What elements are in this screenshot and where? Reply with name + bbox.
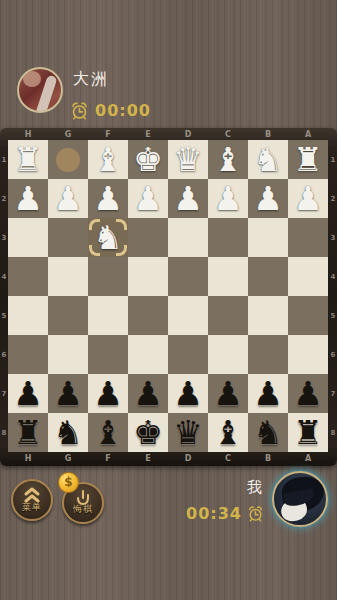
square-d8[interactable]: ♛ <box>168 413 208 452</box>
square-h1[interactable]: ♜ <box>8 140 48 179</box>
rank-label-1: 1 <box>0 140 8 179</box>
square-a2[interactable]: ♟ <box>288 179 328 218</box>
my-clock: 00:34 <box>186 504 264 523</box>
white-queen-d1: ♛ <box>168 140 208 179</box>
square-b4[interactable] <box>248 257 288 296</box>
white-pawn-b2: ♟ <box>248 179 288 218</box>
bottom-player-panel: 我 00:34 <box>186 478 264 523</box>
rank-label-2: 2 <box>329 179 337 218</box>
square-d6[interactable] <box>168 335 208 374</box>
opponent-name: 大洲 <box>73 69 109 90</box>
square-e6[interactable] <box>128 335 168 374</box>
square-e1[interactable]: ♚ <box>128 140 168 179</box>
rank-label-5: 5 <box>0 296 8 335</box>
square-h5[interactable] <box>8 296 48 335</box>
square-g3[interactable] <box>48 218 88 257</box>
square-b8[interactable]: ♞ <box>248 413 288 452</box>
square-a1[interactable]: ♜ <box>288 140 328 179</box>
opponent-time: 00:00 <box>95 101 151 120</box>
rank-label-5: 5 <box>329 296 337 335</box>
square-e3[interactable] <box>128 218 168 257</box>
white-rook-h1: ♜ <box>8 140 48 179</box>
white-pawn-g2: ♟ <box>48 179 88 218</box>
black-pawn-c7: ♟ <box>208 374 248 413</box>
square-c5[interactable] <box>208 296 248 335</box>
file-label-h: H <box>8 453 48 465</box>
square-b2[interactable]: ♟ <box>248 179 288 218</box>
coin-icon: $ <box>58 472 79 493</box>
rank-labels-left: 12345678 <box>0 140 8 452</box>
square-g7[interactable]: ♟ <box>48 374 88 413</box>
black-queen-d8: ♛ <box>168 413 208 452</box>
square-g4[interactable] <box>48 257 88 296</box>
black-knight-b8: ♞ <box>248 413 288 452</box>
undo-button[interactable]: $ 悔棋 <box>62 482 104 524</box>
square-f5[interactable] <box>88 296 128 335</box>
origin-highlight-dot <box>56 148 80 172</box>
menu-button[interactable]: 菜单 <box>11 479 53 521</box>
square-b6[interactable] <box>248 335 288 374</box>
square-h6[interactable] <box>8 335 48 374</box>
my-name: 我 <box>247 478 262 497</box>
square-c7[interactable]: ♟ <box>208 374 248 413</box>
square-d2[interactable]: ♟ <box>168 179 208 218</box>
square-a5[interactable] <box>288 296 328 335</box>
black-pawn-h7: ♟ <box>8 374 48 413</box>
rank-label-6: 6 <box>329 335 337 374</box>
square-g6[interactable] <box>48 335 88 374</box>
square-f4[interactable] <box>88 257 128 296</box>
square-e4[interactable] <box>128 257 168 296</box>
white-pawn-h2: ♟ <box>8 179 48 218</box>
square-a8[interactable]: ♜ <box>288 413 328 452</box>
black-pawn-b7: ♟ <box>248 374 288 413</box>
black-bishop-f8: ♝ <box>88 413 128 452</box>
square-h2[interactable]: ♟ <box>8 179 48 218</box>
rank-label-8: 8 <box>0 413 8 452</box>
rank-label-7: 7 <box>0 374 8 413</box>
rank-label-3: 3 <box>0 218 8 257</box>
white-pawn-f2: ♟ <box>88 179 128 218</box>
black-knight-g8: ♞ <box>48 413 88 452</box>
rank-label-1: 1 <box>329 140 337 179</box>
white-rook-a1: ♜ <box>288 140 328 179</box>
square-d5[interactable] <box>168 296 208 335</box>
file-label-c: C <box>208 453 248 465</box>
square-b5[interactable] <box>248 296 288 335</box>
square-h7[interactable]: ♟ <box>8 374 48 413</box>
black-pawn-e7: ♟ <box>128 374 168 413</box>
square-h3[interactable] <box>8 218 48 257</box>
square-g5[interactable] <box>48 296 88 335</box>
square-a3[interactable] <box>288 218 328 257</box>
white-king-e1: ♚ <box>128 140 168 179</box>
square-f8[interactable]: ♝ <box>88 413 128 452</box>
square-c8[interactable]: ♝ <box>208 413 248 452</box>
white-pawn-d2: ♟ <box>168 179 208 218</box>
my-avatar[interactable] <box>272 471 328 527</box>
rank-label-7: 7 <box>329 374 337 413</box>
file-label-f: F <box>88 453 128 465</box>
top-player-panel: 大洲 00:00 <box>0 0 337 128</box>
opponent-clock: 00:00 <box>70 101 151 120</box>
square-d4[interactable] <box>168 257 208 296</box>
square-b7[interactable]: ♟ <box>248 374 288 413</box>
square-f6[interactable] <box>88 335 128 374</box>
square-c6[interactable] <box>208 335 248 374</box>
square-e8[interactable]: ♚ <box>128 413 168 452</box>
square-b3[interactable] <box>248 218 288 257</box>
square-d1[interactable]: ♛ <box>168 140 208 179</box>
rank-labels-right: 12345678 <box>329 140 337 452</box>
square-f7[interactable]: ♟ <box>88 374 128 413</box>
square-d3[interactable] <box>168 218 208 257</box>
square-f3[interactable]: ♞ <box>88 218 128 257</box>
white-pawn-c2: ♟ <box>208 179 248 218</box>
file-label-d: D <box>168 453 208 465</box>
black-pawn-d7: ♟ <box>168 374 208 413</box>
my-time: 00:34 <box>186 504 242 523</box>
black-pawn-a7: ♟ <box>288 374 328 413</box>
square-c3[interactable] <box>208 218 248 257</box>
rank-label-8: 8 <box>329 413 337 452</box>
rank-label-3: 3 <box>329 218 337 257</box>
square-c4[interactable] <box>208 257 248 296</box>
black-king-e8: ♚ <box>128 413 168 452</box>
rank-label-6: 6 <box>0 335 8 374</box>
square-a7[interactable]: ♟ <box>288 374 328 413</box>
white-bishop-f1: ♝ <box>88 140 128 179</box>
file-label-g: G <box>48 453 88 465</box>
rank-label-4: 4 <box>329 257 337 296</box>
white-pawn-a2: ♟ <box>288 179 328 218</box>
white-pawn-e2: ♟ <box>128 179 168 218</box>
square-f1[interactable]: ♝ <box>88 140 128 179</box>
watermark-banner: 免费手游网 MIANFEISHOUYOUWANG <box>0 522 337 600</box>
file-labels-bottom: HGFEDCBA <box>8 453 328 465</box>
alarm-clock-icon <box>247 505 264 522</box>
square-b1[interactable]: ♞ <box>248 140 288 179</box>
rank-label-2: 2 <box>0 179 8 218</box>
rank-label-4: 4 <box>0 257 8 296</box>
white-bishop-c1: ♝ <box>208 140 248 179</box>
menu-button-label: 菜单 <box>22 501 42 514</box>
black-bishop-c8: ♝ <box>208 413 248 452</box>
square-g8[interactable]: ♞ <box>48 413 88 452</box>
square-e5[interactable] <box>128 296 168 335</box>
square-g1[interactable] <box>48 140 88 179</box>
square-d7[interactable]: ♟ <box>168 374 208 413</box>
file-label-a: A <box>288 453 328 465</box>
square-c1[interactable]: ♝ <box>208 140 248 179</box>
square-e2[interactable]: ♟ <box>128 179 168 218</box>
white-knight-b1: ♞ <box>248 140 288 179</box>
file-label-b: B <box>248 453 288 465</box>
chess-board: HGFEDCBA HGFEDCBA 12345678 12345678 ♜♝♚♛… <box>0 128 337 466</box>
alarm-clock-icon <box>70 101 89 120</box>
square-f2[interactable]: ♟ <box>88 179 128 218</box>
file-label-e: E <box>128 453 168 465</box>
black-rook-h8: ♜ <box>8 413 48 452</box>
black-pawn-f7: ♟ <box>88 374 128 413</box>
chess-app-screen: 大洲 00:00 HGFEDCBA HGFEDCBA 12345678 1234… <box>0 0 337 600</box>
black-rook-a8: ♜ <box>288 413 328 452</box>
square-a4[interactable] <box>288 257 328 296</box>
black-pawn-g7: ♟ <box>48 374 88 413</box>
square-c2[interactable]: ♟ <box>208 179 248 218</box>
undo-button-label: 悔棋 <box>73 503 93 516</box>
square-h4[interactable] <box>8 257 48 296</box>
square-a6[interactable] <box>288 335 328 374</box>
square-h8[interactable]: ♜ <box>8 413 48 452</box>
square-g2[interactable]: ♟ <box>48 179 88 218</box>
board-grid: ♜♝♚♛♝♞♜♟♟♟♟♟♟♟♟♞♟♟♟♟♟♟♟♟♜♞♝♚♛♝♞♜ <box>8 140 328 452</box>
square-e7[interactable]: ♟ <box>128 374 168 413</box>
opponent-avatar[interactable] <box>17 67 63 113</box>
